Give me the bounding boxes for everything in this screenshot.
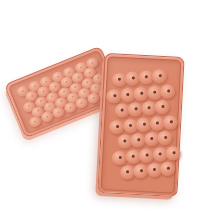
- fill-hole: [129, 123, 132, 126]
- ice-ball-bump: [165, 145, 181, 160]
- front-tray: [97, 53, 184, 197]
- fill-hole: [74, 86, 77, 89]
- fill-hole: [45, 115, 48, 118]
- fill-hole: [45, 80, 48, 83]
- fill-hole: [118, 78, 121, 81]
- fill-hole: [118, 155, 121, 158]
- fill-hole: [95, 86, 98, 89]
- fill-hole: [115, 124, 118, 127]
- fill-hole: [169, 120, 172, 123]
- fill-hole: [164, 136, 167, 139]
- fill-hole: [71, 96, 74, 99]
- fill-hole: [39, 100, 42, 103]
- ice-ball-bump: [162, 114, 178, 129]
- fill-hole: [150, 137, 153, 140]
- fill-hole: [167, 89, 170, 92]
- fill-hole: [69, 106, 72, 109]
- fill-hole: [91, 61, 94, 64]
- fill-hole: [48, 105, 51, 108]
- scene: [0, 0, 200, 220]
- fill-hole: [86, 81, 89, 84]
- fill-hole: [56, 75, 59, 78]
- fill-hole: [132, 76, 135, 79]
- fill-hole: [42, 90, 45, 93]
- fill-hole: [37, 110, 40, 113]
- fill-hole: [79, 66, 82, 69]
- ice-ball-bump: [157, 130, 173, 145]
- fill-hole: [158, 74, 161, 77]
- fill-hole: [88, 71, 91, 74]
- fill-hole: [34, 120, 37, 123]
- fill-hole: [145, 153, 148, 156]
- fill-hole: [137, 138, 140, 141]
- fill-hole: [148, 106, 151, 109]
- fill-hole: [153, 90, 156, 93]
- fill-hole: [113, 94, 116, 97]
- fill-hole: [159, 152, 162, 155]
- ice-ball-bump: [151, 69, 167, 84]
- fill-hole: [140, 91, 143, 94]
- fill-hole: [126, 170, 129, 173]
- fill-hole: [145, 75, 148, 78]
- fill-hole: [60, 100, 63, 103]
- fill-hole: [21, 89, 24, 92]
- fill-hole: [83, 91, 86, 94]
- fill-hole: [54, 85, 57, 88]
- fill-hole: [126, 92, 129, 95]
- fill-hole: [30, 95, 33, 98]
- fill-hole: [77, 76, 80, 79]
- ball-grid: [96, 53, 186, 197]
- fill-hole: [65, 81, 68, 84]
- fill-hole: [156, 121, 159, 124]
- fill-hole: [132, 154, 135, 157]
- fill-hole: [167, 167, 170, 170]
- fill-hole: [172, 151, 175, 154]
- fill-hole: [51, 95, 54, 98]
- ice-ball-bump: [154, 99, 170, 114]
- fill-hole: [142, 122, 145, 125]
- fill-hole: [134, 107, 137, 110]
- fill-hole: [153, 168, 156, 171]
- fill-hole: [57, 110, 60, 113]
- fill-hole: [121, 108, 124, 111]
- fill-hole: [62, 90, 65, 93]
- fill-hole: [161, 105, 164, 108]
- fill-hole: [33, 85, 36, 88]
- fill-hole: [140, 169, 143, 172]
- fill-hole: [68, 71, 71, 74]
- fill-hole: [80, 101, 83, 104]
- fill-hole: [92, 96, 95, 99]
- ice-ball-bump: [160, 83, 176, 98]
- fill-hole: [124, 139, 127, 142]
- fill-hole: [28, 105, 31, 108]
- ice-ball-bump: [160, 161, 176, 176]
